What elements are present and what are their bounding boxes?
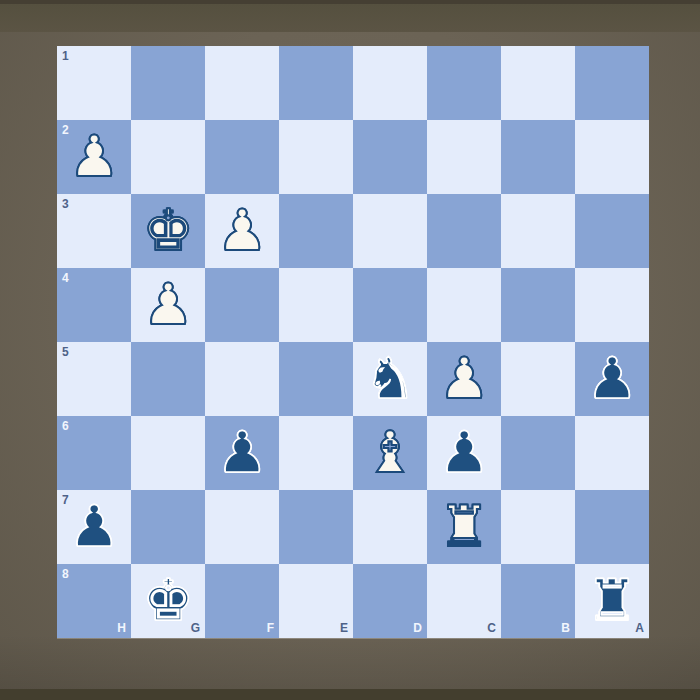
rank-label-1: 1	[62, 50, 69, 62]
square-g3[interactable]: ♚	[131, 194, 205, 268]
square-g4[interactable]: ♟	[131, 268, 205, 342]
square-d3[interactable]	[353, 194, 427, 268]
square-e5[interactable]	[279, 342, 353, 416]
square-d1[interactable]	[353, 46, 427, 120]
top-band	[0, 4, 700, 32]
square-h5[interactable]: 5	[57, 342, 131, 416]
square-h7[interactable]: 7♟	[57, 490, 131, 564]
square-a3[interactable]	[575, 194, 649, 268]
square-c3[interactable]	[427, 194, 501, 268]
square-f7[interactable]	[205, 490, 279, 564]
file-label-c: C	[487, 622, 496, 634]
square-a1[interactable]	[575, 46, 649, 120]
square-f1[interactable]	[205, 46, 279, 120]
square-f3[interactable]: ♟	[205, 194, 279, 268]
white-bishop[interactable]: ♝	[364, 415, 415, 489]
square-f8[interactable]: F	[205, 564, 279, 638]
square-d4[interactable]	[353, 268, 427, 342]
square-g8[interactable]: G♚	[131, 564, 205, 638]
black-pawn[interactable]: ♟	[438, 415, 489, 489]
square-g6[interactable]	[131, 416, 205, 490]
bottom-shade	[0, 634, 700, 689]
file-label-e: E	[340, 622, 348, 634]
white-pawn[interactable]: ♟	[142, 267, 193, 341]
square-b8[interactable]: B	[501, 564, 575, 638]
rank-label-8: 8	[62, 568, 69, 580]
square-b2[interactable]	[501, 120, 575, 194]
square-b4[interactable]	[501, 268, 575, 342]
file-label-b: B	[561, 622, 570, 634]
square-g5[interactable]	[131, 342, 205, 416]
square-g1[interactable]	[131, 46, 205, 120]
square-c2[interactable]	[427, 120, 501, 194]
square-b6[interactable]	[501, 416, 575, 490]
white-pawn[interactable]: ♟	[216, 193, 267, 267]
square-a6[interactable]	[575, 416, 649, 490]
square-b5[interactable]	[501, 342, 575, 416]
square-d7[interactable]	[353, 490, 427, 564]
square-h2[interactable]: 2♟	[57, 120, 131, 194]
white-pawn[interactable]: ♟	[68, 119, 119, 193]
square-a2[interactable]	[575, 120, 649, 194]
square-f6[interactable]: ♟	[205, 416, 279, 490]
white-pawn[interactable]: ♟	[438, 341, 489, 415]
square-c5[interactable]: ♟	[427, 342, 501, 416]
square-h1[interactable]: 1	[57, 46, 131, 120]
rank-label-6: 6	[62, 420, 69, 432]
file-label-d: D	[413, 622, 422, 634]
square-g7[interactable]	[131, 490, 205, 564]
square-f4[interactable]	[205, 268, 279, 342]
square-c7[interactable]: ♜	[427, 490, 501, 564]
white-rook[interactable]: ♜	[438, 489, 489, 563]
square-h3[interactable]: 3	[57, 194, 131, 268]
square-e7[interactable]	[279, 490, 353, 564]
rank-label-3: 3	[62, 198, 69, 210]
square-f2[interactable]	[205, 120, 279, 194]
square-h4[interactable]: 4	[57, 268, 131, 342]
square-a5[interactable]: ♟	[575, 342, 649, 416]
rank-label-5: 5	[62, 346, 69, 358]
square-c6[interactable]: ♟	[427, 416, 501, 490]
square-c1[interactable]	[427, 46, 501, 120]
square-e4[interactable]	[279, 268, 353, 342]
black-knight[interactable]: ♞	[364, 341, 415, 415]
square-e2[interactable]	[279, 120, 353, 194]
square-b7[interactable]	[501, 490, 575, 564]
square-a8[interactable]: A♜	[575, 564, 649, 638]
square-c8[interactable]: C	[427, 564, 501, 638]
square-h6[interactable]: 6	[57, 416, 131, 490]
square-f5[interactable]	[205, 342, 279, 416]
square-e6[interactable]	[279, 416, 353, 490]
square-d6[interactable]: ♝	[353, 416, 427, 490]
black-pawn[interactable]: ♟	[586, 341, 637, 415]
black-pawn[interactable]: ♟	[216, 415, 267, 489]
square-c4[interactable]	[427, 268, 501, 342]
square-a4[interactable]	[575, 268, 649, 342]
square-e3[interactable]	[279, 194, 353, 268]
square-e8[interactable]: E	[279, 564, 353, 638]
black-king[interactable]: ♚	[142, 563, 193, 637]
square-h8[interactable]: 8H	[57, 564, 131, 638]
square-b3[interactable]	[501, 194, 575, 268]
square-g2[interactable]	[131, 120, 205, 194]
file-label-h: H	[117, 622, 126, 634]
square-d2[interactable]	[353, 120, 427, 194]
chess-board: 12♟3♚♟4♟5♞♟♟6♟♝♟7♟♜8HG♚FEDCBA♜	[57, 46, 649, 638]
square-a7[interactable]	[575, 490, 649, 564]
square-b1[interactable]	[501, 46, 575, 120]
rank-label-4: 4	[62, 272, 69, 284]
file-label-f: F	[267, 622, 274, 634]
square-d8[interactable]: D	[353, 564, 427, 638]
bottom-band	[0, 689, 700, 700]
white-king[interactable]: ♚	[142, 193, 193, 267]
square-e1[interactable]	[279, 46, 353, 120]
square-d5[interactable]: ♞	[353, 342, 427, 416]
app-background: 12♟3♚♟4♟5♞♟♟6♟♝♟7♟♜8HG♚FEDCBA♜	[0, 0, 700, 700]
black-rook[interactable]: ♜	[586, 563, 637, 637]
black-pawn[interactable]: ♟	[68, 489, 119, 563]
